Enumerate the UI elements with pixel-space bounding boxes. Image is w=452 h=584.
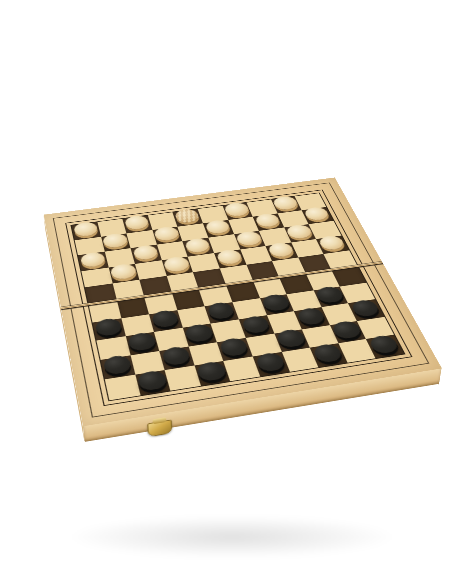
board-square-r6c0 xyxy=(92,318,125,341)
checker-piece-black xyxy=(331,320,363,340)
checker-piece-natural xyxy=(215,249,243,266)
board-square-r6c6 xyxy=(260,294,295,315)
board-square-r7c1 xyxy=(125,332,159,355)
checker-piece-natural xyxy=(184,237,211,253)
board-square-r8c8 xyxy=(330,321,367,344)
board-square-r7c9 xyxy=(348,299,384,321)
board-square-r6c3 xyxy=(177,306,211,328)
board-square-r7c2 xyxy=(154,328,188,351)
checker-piece-black xyxy=(161,346,192,367)
board-square-r8c1 xyxy=(130,351,165,375)
checker-piece-natural xyxy=(223,202,250,217)
checker-piece-black xyxy=(275,328,307,348)
checker-piece-natural xyxy=(110,263,137,280)
checker-piece-black xyxy=(367,334,400,354)
board-square-r5c1 xyxy=(117,297,150,318)
board-square-r9c1 xyxy=(135,370,171,395)
checker-piece-black xyxy=(261,293,291,312)
board-square-r6c5 xyxy=(232,298,266,320)
board-square-r8c6 xyxy=(274,329,310,352)
checker-piece-black xyxy=(295,306,326,325)
board-square-r7c6 xyxy=(267,311,302,333)
board-square-r6c9 xyxy=(340,282,375,303)
board-square-r8c9 xyxy=(357,317,394,339)
checker-piece-natural xyxy=(73,221,99,237)
draughts-board xyxy=(70,193,405,402)
board-square-r7c4 xyxy=(211,319,246,342)
board-square-r9c2 xyxy=(165,366,201,391)
checker-piece-black xyxy=(314,286,345,304)
checker-piece-black xyxy=(349,298,381,317)
checker-piece-black xyxy=(311,343,344,364)
ground-shadow xyxy=(67,516,397,558)
checker-piece-black xyxy=(151,309,180,328)
board-square-r5c3 xyxy=(172,289,205,310)
checker-piece-natural xyxy=(303,206,331,221)
board-square-r6c7 xyxy=(287,290,322,311)
board-square-r9c9 xyxy=(366,335,404,358)
checker-piece-natural xyxy=(132,244,159,261)
checker-piece-black xyxy=(196,360,228,382)
board-square-r6c2 xyxy=(149,310,183,332)
checker-piece-natural xyxy=(153,226,180,242)
board-square-r6c1 xyxy=(121,314,154,336)
product-photo xyxy=(12,118,440,508)
board-square-r4c0 xyxy=(85,284,117,305)
board-square-r7c5 xyxy=(239,315,274,337)
board-square-r7c0 xyxy=(96,336,130,359)
checker-piece-natural xyxy=(124,215,150,231)
checker-piece-natural xyxy=(317,235,346,251)
board-square-r9c8 xyxy=(338,339,376,363)
checker-piece-black xyxy=(219,337,250,358)
checker-piece-natural xyxy=(102,233,128,249)
checkers-box xyxy=(44,177,443,426)
board-square-r7c3 xyxy=(183,324,218,347)
board-square-r7c8 xyxy=(321,303,357,325)
board-square-r8c0 xyxy=(101,355,135,379)
board-square-r8c3 xyxy=(188,342,223,366)
board-square-r9c4 xyxy=(224,357,260,381)
board-square-r9c3 xyxy=(194,361,230,386)
board-square-r9c6 xyxy=(282,348,319,372)
board-square-r9c0 xyxy=(105,375,140,400)
board-square-r6c8 xyxy=(313,286,348,307)
board-square-r8c5 xyxy=(246,333,282,356)
front-brass-clasp xyxy=(147,419,172,437)
board-square-r5c4 xyxy=(199,285,232,306)
board-square-r6c4 xyxy=(205,302,239,324)
checker-piece-natural xyxy=(163,256,191,273)
board-square-r7c7 xyxy=(294,307,330,329)
checker-piece-black xyxy=(206,301,236,320)
checker-piece-black xyxy=(240,315,271,335)
board-square-r8c4 xyxy=(217,338,253,361)
checker-piece-black xyxy=(184,323,214,343)
checker-piece-black xyxy=(127,331,157,351)
checker-piece-black xyxy=(136,369,167,391)
checker-piece-black xyxy=(254,351,286,372)
printed-board-frame xyxy=(65,190,412,406)
checker-piece-natural xyxy=(204,219,231,235)
checker-piece-natural xyxy=(174,208,200,223)
board-square-r9c7 xyxy=(310,344,347,368)
board-square-r9c5 xyxy=(253,352,290,376)
board-square-r8c2 xyxy=(159,346,194,370)
checker-piece-natural xyxy=(79,251,106,268)
checker-piece-natural xyxy=(235,230,263,246)
board-square-r8c7 xyxy=(302,325,338,348)
checker-piece-black xyxy=(94,317,123,337)
board-square-r5c2 xyxy=(144,293,177,314)
checker-piece-black xyxy=(102,354,132,375)
board-square-r5c0 xyxy=(89,301,121,323)
